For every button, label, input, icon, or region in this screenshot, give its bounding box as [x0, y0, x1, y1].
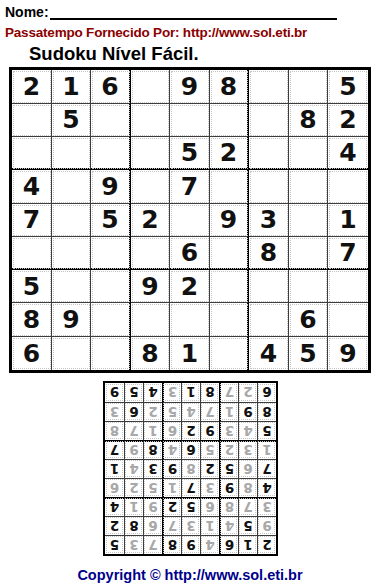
main-grid-cell-r2c4	[131, 104, 171, 137]
main-grid-cell-r2c9: 2	[328, 104, 368, 137]
main-grid-cell-r2c2: 5	[52, 104, 92, 137]
solution-grid-cell-r8c1: 8	[257, 402, 276, 421]
main-grid-cell-r6c8	[289, 237, 329, 270]
solution-grid-cell-r2c4: 1	[200, 516, 219, 535]
solution-grid-cell-r1c8: 3	[124, 535, 143, 554]
solution-grid-cell-r6c7: 8	[143, 440, 162, 459]
main-grid-cell-r9c2	[52, 337, 92, 370]
main-grid-cell-r5c1: 7	[12, 204, 52, 237]
solution-grid-cell-r4c6: 1	[162, 478, 181, 497]
provider-line: Passatempo Fornecido Por: http://www.sol…	[0, 20, 380, 40]
main-grid-cell-r1c7	[249, 70, 289, 103]
main-grid-cell-r1c8	[289, 70, 329, 103]
name-signature-line	[50, 6, 337, 20]
main-grid-cell-r3c4	[131, 137, 171, 170]
main-grid-cell-r4c2	[52, 170, 92, 203]
main-grid-cell-r7c9	[328, 270, 368, 303]
solution-grid-cell-r7c8: 7	[124, 421, 143, 440]
main-grid-cell-r8c9	[328, 303, 368, 336]
main-grid-cell-r8c7	[249, 303, 289, 336]
main-grid-cell-r5c5	[170, 204, 210, 237]
main-grid-cell-r8c3	[91, 303, 131, 336]
main-grid-cell-r9c1: 6	[12, 337, 52, 370]
solution-grid-cell-r3c9: 4	[105, 497, 124, 516]
main-grid-cell-r5c4: 2	[131, 204, 171, 237]
solution-grid-cell-r6c4: 5	[200, 440, 219, 459]
main-grid-cell-r3c1	[12, 137, 52, 170]
solution-grid-cell-r9c1: 6	[257, 383, 276, 402]
solution-grid-cell-r5c5: 8	[181, 459, 200, 478]
main-grid-cell-r8c1: 8	[12, 303, 52, 336]
solution-grid-cell-r9c4: 8	[200, 383, 219, 402]
main-grid-cell-r9c9: 9	[328, 337, 368, 370]
main-grid-cell-r3c3	[91, 137, 131, 170]
solution-grid-cell-r2c8: 8	[124, 516, 143, 535]
main-grid-cell-r7c5: 2	[170, 270, 210, 303]
solution-grid-cell-r4c5: 7	[181, 478, 200, 497]
main-grid-cell-r2c8: 8	[289, 104, 329, 137]
main-grid-cell-r7c7	[249, 270, 289, 303]
solution-grid-cell-r8c9: 3	[105, 402, 124, 421]
main-grid-cell-r1c9: 5	[328, 70, 368, 103]
sudoku-worksheet-page: Nome: Passatempo Fornecido Por: http://w…	[0, 0, 380, 585]
main-grid-cell-r4c4	[131, 170, 171, 203]
name-label: Nome:	[5, 5, 49, 20]
solution-grid-cell-r2c6: 7	[162, 516, 181, 535]
main-grid-cell-r5c8	[289, 204, 329, 237]
main-grid-cell-r4c3: 9	[91, 170, 131, 203]
solution-grid-cell-r2c1: 9	[257, 516, 276, 535]
main-grid-cell-r3c8	[289, 137, 329, 170]
solution-grid-cell-r6c8: 9	[124, 440, 143, 459]
solution-grid-cell-r1c4: 4	[200, 535, 219, 554]
main-grid-cell-r2c3	[91, 104, 131, 137]
solution-grid-cell-r3c7: 9	[143, 497, 162, 516]
solution-grid-cell-r3c8: 1	[124, 497, 143, 516]
solution-grid-cell-r7c3: 3	[219, 421, 238, 440]
main-grid-cell-r1c1: 2	[12, 70, 52, 103]
solution-grid-cell-r3c4: 6	[200, 497, 219, 516]
main-grid-cell-r8c8: 6	[289, 303, 329, 336]
solution-grid-cell-r7c5: 2	[181, 421, 200, 440]
solution-grid-cell-r2c5: 3	[181, 516, 200, 535]
solution-grid-cell-r3c6: 2	[162, 497, 181, 516]
solution-grid-cell-r1c7: 7	[143, 535, 162, 554]
solution-grid-cell-r6c6: 4	[162, 440, 181, 459]
solution-grid-cell-r1c9: 5	[105, 535, 124, 554]
main-grid-cell-r8c2: 9	[52, 303, 92, 336]
main-grid-cell-r1c6: 8	[210, 70, 250, 103]
main-grid-cell-r4c6	[210, 170, 250, 203]
main-grid-cell-r2c6	[210, 104, 250, 137]
solution-grid-cell-r8c6: 5	[162, 402, 181, 421]
main-grid-cell-r2c7	[249, 104, 289, 137]
solution-grid-cell-r7c4: 9	[200, 421, 219, 440]
solution-grid-cell-r1c5: 9	[181, 535, 200, 554]
solution-grid-cell-r5c6: 9	[162, 459, 181, 478]
main-grid-cell-r7c2	[52, 270, 92, 303]
solution-grid-cell-r6c9: 7	[105, 440, 124, 459]
main-grid-cell-r5c9: 1	[328, 204, 368, 237]
solution-grid-cell-r1c3: 6	[219, 535, 238, 554]
main-grid-cell-r6c4	[131, 237, 171, 270]
solution-grid-cell-r7c6: 6	[162, 421, 181, 440]
solution-grid-cell-r9c7: 4	[143, 383, 162, 402]
main-grid-cell-r3c5: 5	[170, 137, 210, 170]
main-grid-cell-r3c2	[52, 137, 92, 170]
solution-grid-cell-r8c5: 4	[181, 402, 200, 421]
main-grid-cell-r2c5	[170, 104, 210, 137]
main-grid-cell-r7c1: 5	[12, 270, 52, 303]
main-grid-cell-r4c9	[328, 170, 368, 203]
main-grid-cell-r9c5: 1	[170, 337, 210, 370]
main-grid-cell-r8c6	[210, 303, 250, 336]
main-grid-cell-r8c5	[170, 303, 210, 336]
main-grid-cell-r3c6: 2	[210, 137, 250, 170]
solution-grid-cell-r9c2: 2	[238, 383, 257, 402]
solution-grid-cell-r9c9: 9	[105, 383, 124, 402]
main-grid-cell-r1c2: 1	[52, 70, 92, 103]
solution-grid-cell-r2c2: 5	[238, 516, 257, 535]
main-grid-cell-r1c4	[131, 70, 171, 103]
solution-grid-cell-r2c3: 4	[219, 516, 238, 535]
solution-grid-cell-r6c1: 1	[257, 440, 276, 459]
copyright-line: Copyright © http://www.sol.eti.br	[0, 567, 380, 583]
solution-grid-cell-r4c3: 9	[219, 478, 238, 497]
solution-grid-cell-r4c2: 8	[238, 478, 257, 497]
solution-grid-cell-r9c8: 5	[124, 383, 143, 402]
main-grid-cell-r6c9: 7	[328, 237, 368, 270]
solution-grid-cell-r8c2: 9	[238, 402, 257, 421]
main-grid-cell-r7c6	[210, 270, 250, 303]
solution-grid-cell-r9c3: 7	[219, 383, 238, 402]
solution-grid-cell-r4c1: 4	[257, 478, 276, 497]
solution-grid-cell-r8c8: 6	[124, 402, 143, 421]
main-grid-cell-r4c8	[289, 170, 329, 203]
sudoku-puzzle-board: 216985582524497752931687592896681459	[9, 67, 371, 373]
solution-grid-cell-r3c2: 7	[238, 497, 257, 516]
solution-grid-cell-r1c1: 2	[257, 535, 276, 554]
main-grid-cell-r5c3: 5	[91, 204, 131, 237]
sudoku-solution-board-rotated-180: 2164987359541376823786529144893715267652…	[103, 381, 278, 556]
solution-grid-cell-r6c5: 6	[181, 440, 200, 459]
solution-grid-cell-r5c8: 4	[124, 459, 143, 478]
main-grid-cell-r6c6	[210, 237, 250, 270]
solution-grid-cell-r5c4: 2	[200, 459, 219, 478]
main-grid-cell-r6c3	[91, 237, 131, 270]
solution-grid-cell-r7c7: 1	[143, 421, 162, 440]
solution-grid-cell-r8c7: 2	[143, 402, 162, 421]
solution-grid-cell-r6c2: 3	[238, 440, 257, 459]
solution-grid-cell-r5c2: 6	[238, 459, 257, 478]
main-grid-cell-r7c8	[289, 270, 329, 303]
main-grid-cell-r6c2	[52, 237, 92, 270]
page-title: Sudoku Nível Fácil.	[29, 43, 380, 65]
main-grid-cell-r7c3	[91, 270, 131, 303]
solution-grid-cell-r9c6: 3	[162, 383, 181, 402]
main-grid-cell-r6c5: 6	[170, 237, 210, 270]
main-grid-cell-r9c7: 4	[249, 337, 289, 370]
main-grid-cell-r9c6	[210, 337, 250, 370]
solution-grid-cell-r4c9: 6	[105, 478, 124, 497]
solution-grid-cell-r2c7: 6	[143, 516, 162, 535]
solution-grid-cell-r4c8: 2	[124, 478, 143, 497]
main-grid-cell-r7c4: 9	[131, 270, 171, 303]
main-grid-cell-r1c3: 6	[91, 70, 131, 103]
solution-grid-cell-r6c3: 2	[219, 440, 238, 459]
solution-grid-cell-r4c7: 5	[143, 478, 162, 497]
name-row: Nome:	[0, 0, 380, 20]
solution-grid-cell-r2c9: 2	[105, 516, 124, 535]
main-grid-cell-r1c5: 9	[170, 70, 210, 103]
main-grid-cell-r5c7: 3	[249, 204, 289, 237]
solution-grid-cell-r3c1: 3	[257, 497, 276, 516]
main-grid-cell-r3c7	[249, 137, 289, 170]
main-grid-cell-r3c9: 4	[328, 137, 368, 170]
solution-grid-cell-r5c1: 7	[257, 459, 276, 478]
main-grid-cell-r2c1	[12, 104, 52, 137]
solution-grid-cell-r5c9: 1	[105, 459, 124, 478]
solution-grid-cell-r3c5: 5	[181, 497, 200, 516]
solution-grid-cell-r5c3: 5	[219, 459, 238, 478]
solution-grid-cell-r3c3: 8	[219, 497, 238, 516]
solution-grid-cell-r9c5: 1	[181, 383, 200, 402]
main-grid-cell-r4c1: 4	[12, 170, 52, 203]
main-grid-cell-r6c7: 8	[249, 237, 289, 270]
main-grid-cell-r6c1	[12, 237, 52, 270]
solution-grid-cell-r8c4: 7	[200, 402, 219, 421]
solution-grid-cell-r7c1: 5	[257, 421, 276, 440]
main-grid-cell-r9c4: 8	[131, 337, 171, 370]
solution-grid-cell-r4c4: 3	[200, 478, 219, 497]
main-grid-cell-r4c5: 7	[170, 170, 210, 203]
main-grid-cell-r5c2	[52, 204, 92, 237]
main-grid-cell-r9c8: 5	[289, 337, 329, 370]
solution-grid-cell-r7c2: 4	[238, 421, 257, 440]
solution-grid-cell-r5c7: 3	[143, 459, 162, 478]
solution-grid-cell-r8c3: 1	[219, 402, 238, 421]
main-grid-cell-r4c7	[249, 170, 289, 203]
solution-grid-cell-r1c6: 8	[162, 535, 181, 554]
main-grid-cell-r9c3	[91, 337, 131, 370]
main-grid-cell-r8c4	[131, 303, 171, 336]
main-grid-cell-r5c6: 9	[210, 204, 250, 237]
solution-grid-cell-r7c9: 8	[105, 421, 124, 440]
solution-grid-cell-r1c2: 1	[238, 535, 257, 554]
